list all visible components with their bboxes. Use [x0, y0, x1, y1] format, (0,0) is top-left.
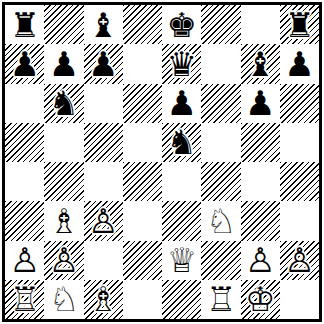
square-c3[interactable]: ♙: [84, 201, 123, 240]
square-h2[interactable]: ♙: [280, 241, 319, 280]
square-a1[interactable]: ♖: [5, 280, 44, 319]
chess-board: ♜♝♚♜♟♟♟♛♝♟♞♟♟♞♗♙♘♙♙♕♙♙♖♘♗♖♔: [5, 5, 319, 319]
square-h5[interactable]: [280, 123, 319, 162]
square-f2[interactable]: [201, 241, 240, 280]
square-a5[interactable]: [5, 123, 44, 162]
square-b3[interactable]: ♗: [44, 201, 83, 240]
square-f3[interactable]: ♘: [201, 201, 240, 240]
piece-white-queen: ♕: [166, 243, 196, 277]
square-b2[interactable]: ♙: [44, 241, 83, 280]
square-d4[interactable]: [123, 162, 162, 201]
square-d2[interactable]: [123, 241, 162, 280]
square-h8[interactable]: ♜: [280, 5, 319, 44]
square-b5[interactable]: [44, 123, 83, 162]
square-a6[interactable]: [5, 84, 44, 123]
square-b6[interactable]: ♞: [44, 84, 83, 123]
piece-white-pawn: ♙: [9, 243, 39, 277]
square-f6[interactable]: [201, 84, 240, 123]
piece-white-rook: ♖: [206, 282, 236, 316]
square-e8[interactable]: ♚: [162, 5, 201, 44]
square-b1[interactable]: ♘: [44, 280, 83, 319]
square-b8[interactable]: [44, 5, 83, 44]
piece-black-queen: ♛: [166, 47, 196, 81]
piece-black-knight: ♞: [166, 125, 196, 159]
square-h7[interactable]: ♟: [280, 44, 319, 83]
square-e2[interactable]: ♕: [162, 241, 201, 280]
square-h4[interactable]: [280, 162, 319, 201]
square-e7[interactable]: ♛: [162, 44, 201, 83]
square-d1[interactable]: [123, 280, 162, 319]
piece-white-pawn: ♙: [88, 204, 118, 238]
piece-black-knight: ♞: [49, 86, 79, 120]
square-b7[interactable]: ♟: [44, 44, 83, 83]
piece-white-rook: ♖: [9, 282, 39, 316]
square-c5[interactable]: [84, 123, 123, 162]
square-g4[interactable]: [241, 162, 280, 201]
chess-diagram: ♜♝♚♜♟♟♟♛♝♟♞♟♟♞♗♙♘♙♙♕♙♙♖♘♗♖♔: [0, 0, 324, 324]
square-c6[interactable]: [84, 84, 123, 123]
square-g8[interactable]: [241, 5, 280, 44]
square-e3[interactable]: [162, 201, 201, 240]
piece-black-pawn: ♟: [49, 47, 79, 81]
square-e6[interactable]: ♟: [162, 84, 201, 123]
square-d3[interactable]: [123, 201, 162, 240]
piece-white-knight: ♘: [206, 204, 236, 238]
square-e5[interactable]: ♞: [162, 123, 201, 162]
board-frame: ♜♝♚♜♟♟♟♛♝♟♞♟♟♞♗♙♘♙♙♕♙♙♖♘♗♖♔: [2, 2, 322, 322]
square-f1[interactable]: ♖: [201, 280, 240, 319]
piece-white-knight: ♘: [49, 282, 79, 316]
square-g6[interactable]: ♟: [241, 84, 280, 123]
piece-black-king: ♚: [166, 8, 196, 42]
square-f8[interactable]: [201, 5, 240, 44]
square-g3[interactable]: [241, 201, 280, 240]
piece-black-pawn: ♟: [245, 86, 275, 120]
square-f7[interactable]: [201, 44, 240, 83]
square-a7[interactable]: ♟: [5, 44, 44, 83]
piece-black-rook: ♜: [9, 8, 39, 42]
piece-black-pawn: ♟: [9, 47, 39, 81]
piece-black-pawn: ♟: [166, 86, 196, 120]
square-g1[interactable]: ♔: [241, 280, 280, 319]
square-d8[interactable]: [123, 5, 162, 44]
square-c7[interactable]: ♟: [84, 44, 123, 83]
square-h1[interactable]: [280, 280, 319, 319]
square-a3[interactable]: [5, 201, 44, 240]
square-a8[interactable]: ♜: [5, 5, 44, 44]
piece-white-bishop: ♗: [88, 282, 118, 316]
piece-white-pawn: ♙: [284, 243, 314, 277]
piece-black-rook: ♜: [284, 8, 314, 42]
piece-black-bishop: ♝: [245, 47, 275, 81]
square-g5[interactable]: [241, 123, 280, 162]
piece-black-bishop: ♝: [88, 8, 118, 42]
square-e1[interactable]: [162, 280, 201, 319]
square-a4[interactable]: [5, 162, 44, 201]
square-c2[interactable]: [84, 241, 123, 280]
square-d7[interactable]: [123, 44, 162, 83]
piece-white-king: ♔: [245, 282, 275, 316]
square-c1[interactable]: ♗: [84, 280, 123, 319]
square-f5[interactable]: [201, 123, 240, 162]
square-g7[interactable]: ♝: [241, 44, 280, 83]
square-e4[interactable]: [162, 162, 201, 201]
square-c4[interactable]: [84, 162, 123, 201]
piece-black-pawn: ♟: [88, 47, 118, 81]
square-d5[interactable]: [123, 123, 162, 162]
square-g2[interactable]: ♙: [241, 241, 280, 280]
square-b4[interactable]: [44, 162, 83, 201]
square-c8[interactable]: ♝: [84, 5, 123, 44]
square-f4[interactable]: [201, 162, 240, 201]
square-d6[interactable]: [123, 84, 162, 123]
piece-white-pawn: ♙: [49, 243, 79, 277]
square-h3[interactable]: [280, 201, 319, 240]
piece-white-pawn: ♙: [245, 243, 275, 277]
piece-black-pawn: ♟: [284, 47, 314, 81]
square-a2[interactable]: ♙: [5, 241, 44, 280]
piece-white-bishop: ♗: [49, 204, 79, 238]
square-h6[interactable]: [280, 84, 319, 123]
